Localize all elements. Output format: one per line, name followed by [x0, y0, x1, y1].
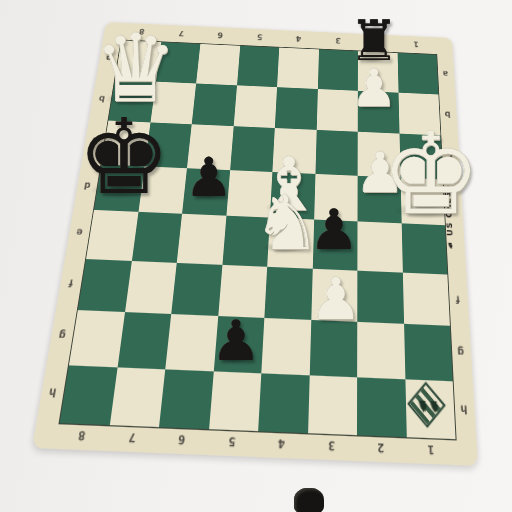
square-h7[interactable] [109, 367, 165, 427]
coord-bottom-4: 4 [256, 431, 307, 458]
square-e7[interactable] [132, 212, 183, 263]
knight-icon: ♞ [446, 240, 455, 251]
coord-bottom-8: 8 [55, 423, 109, 450]
piece-black-king-d8[interactable]: ♚ [72, 105, 176, 209]
square-g4[interactable] [261, 318, 310, 375]
square-f4[interactable] [264, 266, 312, 320]
square-g8[interactable] [69, 310, 125, 367]
square-b5[interactable] [233, 85, 277, 128]
coord-bottom-6: 6 [155, 427, 207, 454]
square-a5[interactable] [237, 46, 280, 87]
coord-top-5: 5 [239, 29, 279, 46]
square-a4[interactable] [277, 48, 319, 89]
coord-right-f: f [447, 273, 468, 325]
square-a1[interactable] [397, 53, 438, 94]
crest-knights-icon: ♞♞ [417, 399, 440, 415]
square-e6[interactable] [177, 214, 226, 265]
captured-piece-off-board[interactable] [294, 488, 324, 512]
square-b4[interactable] [275, 87, 318, 130]
square-g7[interactable] [117, 312, 171, 369]
piece-white-pawn-f3[interactable]: ♟ [307, 270, 365, 328]
square-h5[interactable] [209, 371, 262, 431]
coord-top-6: 6 [200, 27, 241, 44]
coord-right-h: h [453, 380, 476, 439]
piece-black-pawn-d6[interactable]: ♟ [182, 151, 236, 205]
square-h4[interactable] [258, 373, 309, 433]
square-f8[interactable] [78, 259, 132, 313]
coord-right-g: g [450, 325, 472, 381]
coord-bottom-2: 2 [356, 435, 406, 462]
coord-bottom-3: 3 [306, 433, 356, 460]
coord-top-4: 4 [279, 31, 319, 48]
square-h2[interactable] [357, 377, 406, 437]
square-h8[interactable] [60, 365, 118, 425]
square-g1[interactable] [404, 324, 453, 381]
piece-white-king-d1[interactable]: ♚ [375, 118, 487, 230]
coord-bottom-1: 1 [405, 437, 455, 464]
square-g2[interactable] [357, 322, 405, 379]
square-h3[interactable] [308, 375, 358, 435]
coord-bottom-5: 5 [206, 429, 258, 456]
piece-white-pawn-b2[interactable]: ♟ [348, 62, 400, 114]
square-b6[interactable] [192, 83, 237, 126]
piece-black-pawn-e3[interactable]: ♟ [306, 202, 362, 258]
table-surface: 8877665544332211aabbccdeffgghh ♞ US CHES… [0, 0, 512, 512]
coord-right-a: a [436, 54, 454, 94]
square-f1[interactable] [402, 272, 450, 326]
coord-bottom-7: 7 [105, 425, 158, 452]
square-f7[interactable] [125, 260, 177, 314]
corner-knight-crest: ♞♞ [409, 384, 448, 430]
piece-black-pawn-g5[interactable]: ♟ [208, 313, 264, 369]
square-h6[interactable] [159, 369, 213, 429]
square-a6[interactable] [196, 44, 240, 85]
